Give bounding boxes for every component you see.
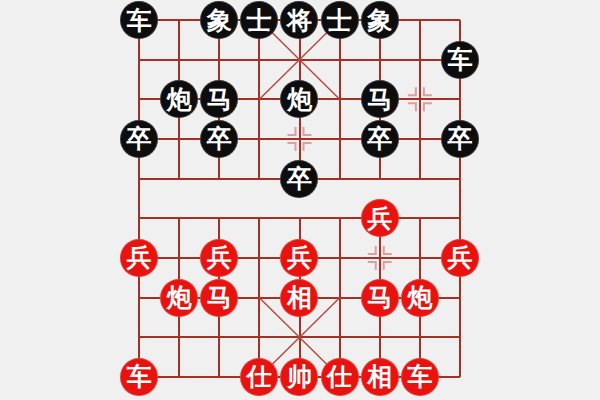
intersection-2-2[interactable]: 马 <box>199 80 239 120</box>
intersection-4-8[interactable] <box>279 317 319 357</box>
intersection-2-8[interactable] <box>199 317 239 357</box>
intersection-8-1[interactable]: 车 <box>440 40 480 80</box>
intersection-5-7[interactable] <box>320 278 360 318</box>
intersection-1-0[interactable] <box>159 0 199 40</box>
intersection-0-4[interactable] <box>119 159 159 199</box>
intersection-4-2[interactable]: 炮 <box>279 80 319 120</box>
red-advisor-piece[interactable]: 仕 <box>240 358 278 396</box>
intersection-7-5[interactable] <box>400 198 440 238</box>
intersection-7-8[interactable] <box>400 317 440 357</box>
intersection-1-9[interactable] <box>159 357 199 397</box>
intersection-5-8[interactable] <box>320 317 360 357</box>
black-advisor-piece[interactable]: 士 <box>321 1 359 39</box>
intersection-3-3[interactable] <box>239 119 279 159</box>
black-soldier-piece[interactable]: 卒 <box>120 120 158 158</box>
intersection-2-7[interactable]: 马 <box>199 278 239 318</box>
intersection-4-4[interactable]: 卒 <box>279 159 319 199</box>
intersection-3-6[interactable] <box>239 238 279 278</box>
intersection-6-8[interactable] <box>360 317 400 357</box>
intersection-4-7[interactable]: 相 <box>279 278 319 318</box>
intersection-5-1[interactable] <box>320 40 360 80</box>
intersection-1-2[interactable]: 炮 <box>159 80 199 120</box>
intersection-6-4[interactable] <box>360 159 400 199</box>
red-soldier-piece[interactable]: 兵 <box>441 239 479 277</box>
intersection-8-8[interactable] <box>440 317 480 357</box>
intersection-8-7[interactable] <box>440 278 480 318</box>
black-soldier-piece[interactable]: 卒 <box>280 160 318 198</box>
black-horse-piece[interactable]: 马 <box>361 80 399 118</box>
intersection-4-0[interactable]: 将 <box>279 0 319 40</box>
intersection-1-5[interactable] <box>159 198 199 238</box>
intersection-1-6[interactable] <box>159 238 199 278</box>
intersection-2-3[interactable]: 卒 <box>199 119 239 159</box>
black-cannon-piece[interactable]: 炮 <box>160 80 198 118</box>
intersection-1-8[interactable] <box>159 317 199 357</box>
red-soldier-piece[interactable]: 兵 <box>200 239 238 277</box>
black-elephant-piece[interactable]: 象 <box>200 1 238 39</box>
intersection-3-8[interactable] <box>239 317 279 357</box>
intersection-0-6[interactable]: 兵 <box>119 238 159 278</box>
intersection-3-1[interactable] <box>239 40 279 80</box>
intersection-8-0[interactable] <box>440 0 480 40</box>
intersection-3-2[interactable] <box>239 80 279 120</box>
intersection-6-2[interactable]: 马 <box>360 80 400 120</box>
intersection-7-4[interactable] <box>400 159 440 199</box>
red-cannon-piece[interactable]: 炮 <box>401 279 439 317</box>
intersection-3-4[interactable] <box>239 159 279 199</box>
intersection-5-2[interactable] <box>320 80 360 120</box>
intersection-6-6[interactable] <box>360 238 400 278</box>
intersection-7-6[interactable] <box>400 238 440 278</box>
intersection-5-5[interactable] <box>320 198 360 238</box>
intersection-8-4[interactable] <box>440 159 480 199</box>
intersection-4-1[interactable] <box>279 40 319 80</box>
intersection-6-7[interactable]: 马 <box>360 278 400 318</box>
intersection-1-4[interactable] <box>159 159 199 199</box>
black-elephant-piece[interactable]: 象 <box>361 1 399 39</box>
black-cannon-piece[interactable]: 炮 <box>280 80 318 118</box>
red-horse-piece[interactable]: 马 <box>361 279 399 317</box>
intersection-0-9[interactable]: 车 <box>119 357 159 397</box>
intersection-4-6[interactable]: 兵 <box>279 238 319 278</box>
intersection-3-9[interactable]: 仕 <box>239 357 279 397</box>
red-chariot-piece[interactable]: 车 <box>401 358 439 396</box>
black-advisor-piece[interactable]: 士 <box>240 1 278 39</box>
black-soldier-piece[interactable]: 卒 <box>441 120 479 158</box>
red-advisor-piece[interactable]: 仕 <box>321 358 359 396</box>
intersection-6-3[interactable]: 卒 <box>360 119 400 159</box>
intersection-8-9[interactable] <box>440 357 480 397</box>
intersection-3-5[interactable] <box>239 198 279 238</box>
black-general-piece[interactable]: 将 <box>280 1 318 39</box>
intersection-8-2[interactable] <box>440 80 480 120</box>
red-soldier-piece[interactable]: 兵 <box>280 239 318 277</box>
intersection-5-9[interactable]: 仕 <box>320 357 360 397</box>
black-chariot-piece[interactable]: 车 <box>441 41 479 79</box>
red-soldier-piece[interactable]: 兵 <box>361 199 399 237</box>
intersection-7-0[interactable] <box>400 0 440 40</box>
intersection-8-5[interactable] <box>440 198 480 238</box>
red-general-piece[interactable]: 帅 <box>280 358 318 396</box>
red-horse-piece[interactable]: 马 <box>200 279 238 317</box>
intersection-2-1[interactable] <box>199 40 239 80</box>
black-horse-piece[interactable]: 马 <box>200 80 238 118</box>
black-soldier-piece[interactable]: 卒 <box>361 120 399 158</box>
black-soldier-piece[interactable]: 卒 <box>200 120 238 158</box>
intersection-7-3[interactable] <box>400 119 440 159</box>
intersection-6-9[interactable]: 相 <box>360 357 400 397</box>
intersection-2-4[interactable] <box>199 159 239 199</box>
intersection-1-7[interactable]: 炮 <box>159 278 199 318</box>
intersection-5-4[interactable] <box>320 159 360 199</box>
intersection-5-6[interactable] <box>320 238 360 278</box>
red-chariot-piece[interactable]: 车 <box>120 358 158 396</box>
intersection-8-3[interactable]: 卒 <box>440 119 480 159</box>
red-cannon-piece[interactable]: 炮 <box>160 279 198 317</box>
intersection-0-5[interactable] <box>119 198 159 238</box>
intersection-4-9[interactable]: 帅 <box>279 357 319 397</box>
intersection-5-0[interactable]: 士 <box>320 0 360 40</box>
intersection-6-1[interactable] <box>360 40 400 80</box>
intersection-2-5[interactable] <box>199 198 239 238</box>
intersection-2-6[interactable]: 兵 <box>199 238 239 278</box>
intersection-2-0[interactable]: 象 <box>199 0 239 40</box>
intersection-0-1[interactable] <box>119 40 159 80</box>
intersection-8-6[interactable]: 兵 <box>440 238 480 278</box>
intersection-0-2[interactable] <box>119 80 159 120</box>
intersection-0-0[interactable]: 车 <box>119 0 159 40</box>
intersection-1-3[interactable] <box>159 119 199 159</box>
red-elephant-piece[interactable]: 相 <box>280 279 318 317</box>
intersection-6-0[interactable]: 象 <box>360 0 400 40</box>
intersection-7-7[interactable]: 炮 <box>400 278 440 318</box>
intersection-7-2[interactable] <box>400 80 440 120</box>
intersection-5-3[interactable] <box>320 119 360 159</box>
intersection-6-5[interactable]: 兵 <box>360 198 400 238</box>
intersection-7-9[interactable]: 车 <box>400 357 440 397</box>
black-chariot-piece[interactable]: 车 <box>120 1 158 39</box>
intersection-0-8[interactable] <box>119 317 159 357</box>
red-elephant-piece[interactable]: 相 <box>361 358 399 396</box>
red-soldier-piece[interactable]: 兵 <box>120 239 158 277</box>
xiangqi-board: 车象士将士象车炮马炮马卒卒卒卒卒兵兵兵兵兵炮马相马炮车仕帅仕相车 <box>119 0 480 397</box>
intersection-3-7[interactable] <box>239 278 279 318</box>
intersection-2-9[interactable] <box>199 357 239 397</box>
intersection-0-3[interactable]: 卒 <box>119 119 159 159</box>
intersection-7-1[interactable] <box>400 40 440 80</box>
intersection-0-7[interactable] <box>119 278 159 318</box>
intersection-3-0[interactable]: 士 <box>239 0 279 40</box>
intersection-4-5[interactable] <box>279 198 319 238</box>
intersection-4-3[interactable] <box>279 119 319 159</box>
xiangqi-app: 车象士将士象车炮马炮马卒卒卒卒卒兵兵兵兵兵炮马相马炮车仕帅仕相车 <box>0 0 600 400</box>
intersection-1-1[interactable] <box>159 40 199 80</box>
